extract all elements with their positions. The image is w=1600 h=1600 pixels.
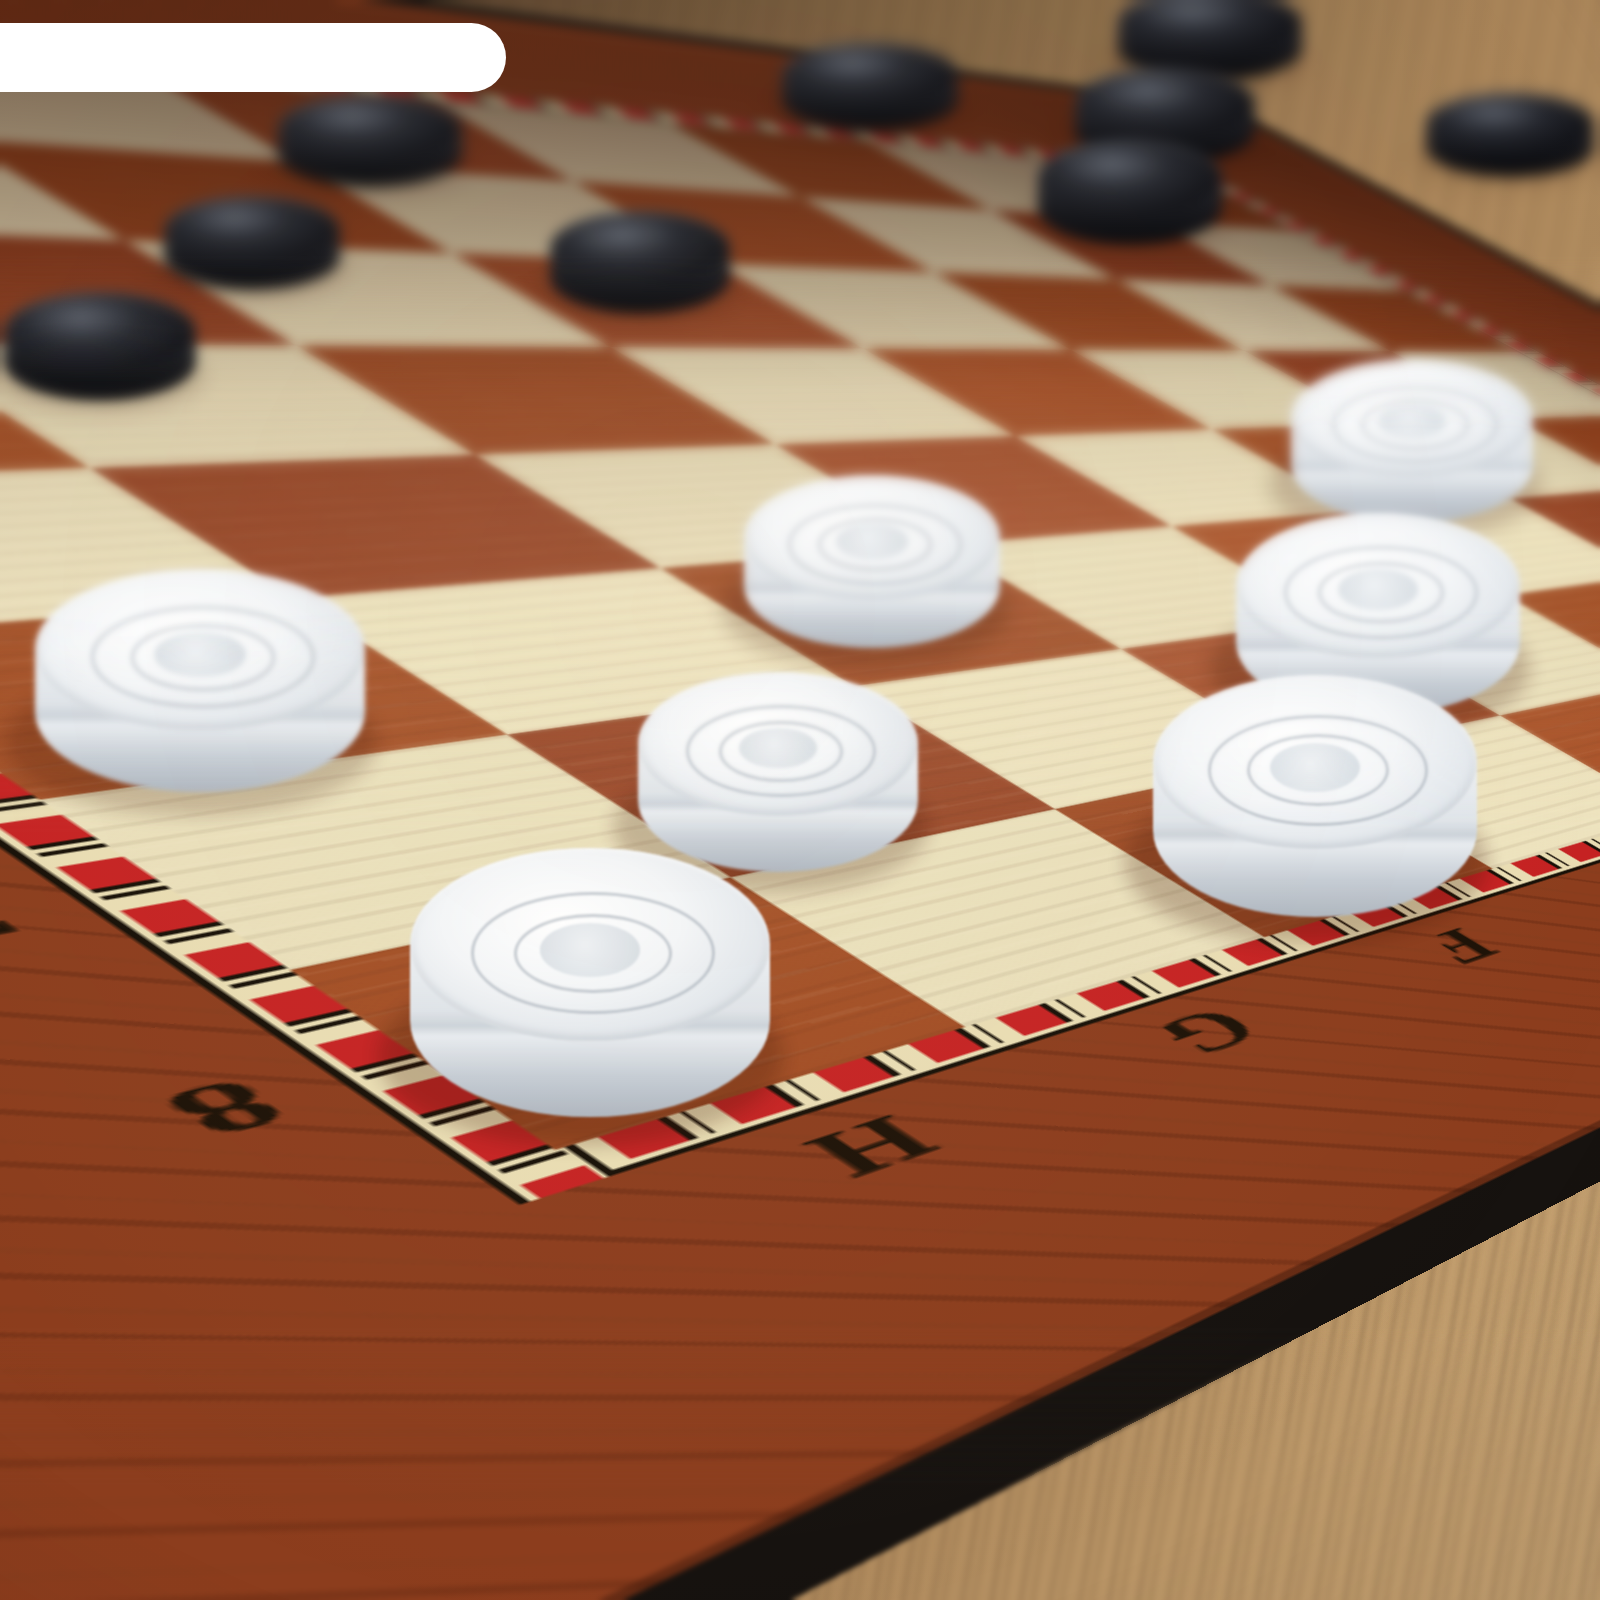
piece-glyph: ⛀ xyxy=(638,672,639,673)
piece-gloss xyxy=(296,100,406,136)
piece-gloss xyxy=(1443,98,1544,131)
piece-white-h6[interactable]: ⛀ xyxy=(35,569,365,792)
loose-disc-black[interactable]: ⛂ xyxy=(1426,93,1594,177)
piece-black-f2[interactable]: ⛂ xyxy=(164,196,340,290)
piece-glyph: ⛂ xyxy=(550,211,551,212)
piece-top-face xyxy=(4,292,196,371)
piece-glyph: ⛂ xyxy=(782,43,783,44)
piece-black-e3[interactable]: ⛂ xyxy=(550,211,730,314)
piece-top-face xyxy=(550,211,730,285)
piece-glyph: ⛀ xyxy=(744,475,745,476)
piece-top-face xyxy=(35,569,365,729)
piece-center-dimple xyxy=(836,524,908,559)
piece-white-f6[interactable]: ⛀ xyxy=(744,475,1000,648)
piece-top-face xyxy=(1153,675,1477,849)
piece-top-face xyxy=(1426,93,1594,153)
piece-glyph: ⛂ xyxy=(4,292,5,293)
piece-glyph: ⛂ xyxy=(1075,68,1076,69)
piece-glyph: ⛂ xyxy=(1426,93,1427,94)
piece-center-dimple xyxy=(1378,405,1446,438)
piece-top-face xyxy=(1236,513,1520,658)
piece-black-c1[interactable]: ⛂ xyxy=(782,43,958,131)
photo-stage: 87HGF ⛀⛀⛀⛀⛀⛀⛀⛂⛂⛂⛂⛂⛂⛂⛂⛂ xyxy=(0,0,1600,1600)
piece-black-g3[interactable]: ⛂ xyxy=(4,292,196,401)
piece-top-face xyxy=(744,475,1000,599)
piece-white-d6[interactable]: ⛀ xyxy=(1291,359,1533,523)
piece-center-dimple xyxy=(1338,569,1418,610)
piece-glyph: ⛀ xyxy=(1236,513,1237,514)
piece-top-face xyxy=(278,95,462,161)
piece-white-g7[interactable]: ⛀ xyxy=(638,672,918,871)
piece-top-face xyxy=(638,672,918,815)
piece-top-face xyxy=(1075,68,1255,137)
piece-glyph: ⛂ xyxy=(1038,140,1039,141)
piece-gloss xyxy=(1136,0,1246,31)
piece-glyph: ⛂ xyxy=(278,95,279,96)
piece-gloss xyxy=(568,217,676,258)
watermark-blocker xyxy=(0,23,506,92)
piece-black-e1[interactable]: ⛂ xyxy=(278,95,462,187)
piece-top-face xyxy=(782,43,958,106)
piece-center-dimple xyxy=(1270,743,1361,792)
piece-white-f8[interactable]: ⛀ xyxy=(1153,675,1477,917)
piece-top-face xyxy=(1291,359,1533,477)
piece-glyph: ⛀ xyxy=(1153,675,1154,676)
piece-gloss xyxy=(23,298,138,341)
piece-top-face xyxy=(164,196,340,264)
piece-top-face xyxy=(1038,140,1222,215)
piece-glyph: ⛀ xyxy=(410,848,411,849)
piece-center-dimple xyxy=(154,632,246,677)
piece-gloss xyxy=(182,201,288,238)
piece-top-face xyxy=(410,848,770,1041)
piece-gloss xyxy=(800,48,906,83)
piece-glyph: ⛀ xyxy=(35,569,36,570)
piece-glyph: ⛀ xyxy=(1291,359,1292,360)
piece-white-h8[interactable]: ⛀ xyxy=(410,848,770,1117)
piece-glyph: ⛂ xyxy=(164,196,165,197)
pieces-layer: ⛀⛀⛀⛀⛀⛀⛀⛂⛂⛂⛂⛂⛂⛂⛂⛂ xyxy=(0,0,1600,1600)
piece-gloss xyxy=(1056,146,1166,187)
piece-gloss xyxy=(1093,74,1201,112)
piece-black-c3[interactable]: ⛂ xyxy=(1038,140,1222,245)
